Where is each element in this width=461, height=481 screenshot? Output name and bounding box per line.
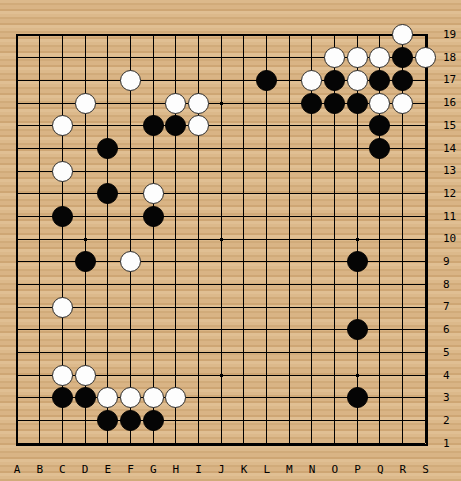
intersection-H9[interactable] — [164, 250, 187, 273]
intersection-I16[interactable] — [187, 92, 210, 115]
intersection-K10[interactable] — [232, 228, 255, 251]
intersection-D13[interactable] — [74, 160, 97, 183]
intersection-E8[interactable] — [96, 273, 119, 296]
intersection-D6[interactable] — [74, 319, 97, 342]
intersection-O19[interactable] — [323, 24, 346, 47]
intersection-E15[interactable] — [96, 114, 119, 137]
intersection-S8[interactable] — [414, 273, 437, 296]
intersection-P9[interactable] — [346, 250, 369, 273]
intersection-K8[interactable] — [232, 273, 255, 296]
intersection-C6[interactable] — [51, 319, 74, 342]
intersection-I17[interactable] — [187, 69, 210, 92]
intersection-G2[interactable] — [142, 409, 165, 432]
intersection-R7[interactable] — [391, 296, 414, 319]
intersection-L15[interactable] — [255, 114, 278, 137]
intersection-A14[interactable] — [6, 137, 29, 160]
intersection-A5[interactable] — [6, 341, 29, 364]
intersection-B6[interactable] — [28, 319, 51, 342]
intersection-C5[interactable] — [51, 341, 74, 364]
intersection-E11[interactable] — [96, 205, 119, 228]
intersection-C19[interactable] — [51, 24, 74, 47]
intersection-H4[interactable] — [164, 364, 187, 387]
intersection-Q17[interactable] — [369, 69, 392, 92]
intersection-E12[interactable] — [96, 182, 119, 205]
intersection-S10[interactable] — [414, 228, 437, 251]
intersection-A16[interactable] — [6, 92, 29, 115]
intersection-N14[interactable] — [301, 137, 324, 160]
intersection-K16[interactable] — [232, 92, 255, 115]
intersection-D15[interactable] — [74, 114, 97, 137]
intersection-A17[interactable] — [6, 69, 29, 92]
intersection-M14[interactable] — [278, 137, 301, 160]
intersection-F4[interactable] — [119, 364, 142, 387]
intersection-A2[interactable] — [6, 409, 29, 432]
intersection-C12[interactable] — [51, 182, 74, 205]
intersection-B4[interactable] — [28, 364, 51, 387]
intersection-S5[interactable] — [414, 341, 437, 364]
intersection-D3[interactable] — [74, 387, 97, 410]
intersection-G5[interactable] — [142, 341, 165, 364]
intersection-Q10[interactable] — [369, 228, 392, 251]
intersection-B1[interactable] — [28, 432, 51, 455]
intersection-R6[interactable] — [391, 319, 414, 342]
intersection-R14[interactable] — [391, 137, 414, 160]
intersection-Q19[interactable] — [369, 24, 392, 47]
intersection-N16[interactable] — [301, 92, 324, 115]
intersection-C1[interactable] — [51, 432, 74, 455]
intersection-K2[interactable] — [232, 409, 255, 432]
intersection-J9[interactable] — [210, 250, 233, 273]
intersection-K14[interactable] — [232, 137, 255, 160]
intersection-L14[interactable] — [255, 137, 278, 160]
intersection-Q2[interactable] — [369, 409, 392, 432]
intersection-P8[interactable] — [346, 273, 369, 296]
intersection-S3[interactable] — [414, 387, 437, 410]
intersection-A13[interactable] — [6, 160, 29, 183]
intersection-S4[interactable] — [414, 364, 437, 387]
intersection-S2[interactable] — [414, 409, 437, 432]
intersection-C17[interactable] — [51, 69, 74, 92]
intersection-R15[interactable] — [391, 114, 414, 137]
intersection-M19[interactable] — [278, 24, 301, 47]
intersection-G19[interactable] — [142, 24, 165, 47]
intersection-H19[interactable] — [164, 24, 187, 47]
intersection-R5[interactable] — [391, 341, 414, 364]
intersection-A4[interactable] — [6, 364, 29, 387]
intersection-A3[interactable] — [6, 387, 29, 410]
intersection-M10[interactable] — [278, 228, 301, 251]
intersection-P6[interactable] — [346, 319, 369, 342]
intersection-F8[interactable] — [119, 273, 142, 296]
intersection-I3[interactable] — [187, 387, 210, 410]
intersection-J17[interactable] — [210, 69, 233, 92]
intersection-A6[interactable] — [6, 319, 29, 342]
intersection-E4[interactable] — [96, 364, 119, 387]
intersection-F10[interactable] — [119, 228, 142, 251]
intersection-H7[interactable] — [164, 296, 187, 319]
intersection-P4[interactable] — [346, 364, 369, 387]
intersection-K17[interactable] — [232, 69, 255, 92]
intersection-L16[interactable] — [255, 92, 278, 115]
intersection-Q15[interactable] — [369, 114, 392, 137]
intersection-P3[interactable] — [346, 387, 369, 410]
intersection-O5[interactable] — [323, 341, 346, 364]
intersection-O14[interactable] — [323, 137, 346, 160]
intersection-Q11[interactable] — [369, 205, 392, 228]
intersection-C7[interactable] — [51, 296, 74, 319]
intersection-D9[interactable] — [74, 250, 97, 273]
intersection-D5[interactable] — [74, 341, 97, 364]
intersection-N2[interactable] — [301, 409, 324, 432]
intersection-M17[interactable] — [278, 69, 301, 92]
intersection-Q1[interactable] — [369, 432, 392, 455]
intersection-B8[interactable] — [28, 273, 51, 296]
intersection-J14[interactable] — [210, 137, 233, 160]
intersection-Q13[interactable] — [369, 160, 392, 183]
intersection-D8[interactable] — [74, 273, 97, 296]
intersection-C2[interactable] — [51, 409, 74, 432]
intersection-H13[interactable] — [164, 160, 187, 183]
intersection-M1[interactable] — [278, 432, 301, 455]
intersection-F1[interactable] — [119, 432, 142, 455]
intersection-R17[interactable] — [391, 69, 414, 92]
intersection-F2[interactable] — [119, 409, 142, 432]
intersection-E3[interactable] — [96, 387, 119, 410]
intersection-E14[interactable] — [96, 137, 119, 160]
intersection-K18[interactable] — [232, 46, 255, 69]
intersection-J18[interactable] — [210, 46, 233, 69]
intersection-S9[interactable] — [414, 250, 437, 273]
intersection-G7[interactable] — [142, 296, 165, 319]
intersection-P2[interactable] — [346, 409, 369, 432]
intersection-B18[interactable] — [28, 46, 51, 69]
intersection-P11[interactable] — [346, 205, 369, 228]
intersection-L11[interactable] — [255, 205, 278, 228]
intersection-Q7[interactable] — [369, 296, 392, 319]
intersection-E5[interactable] — [96, 341, 119, 364]
intersection-O7[interactable] — [323, 296, 346, 319]
intersection-I10[interactable] — [187, 228, 210, 251]
intersection-D14[interactable] — [74, 137, 97, 160]
intersection-E13[interactable] — [96, 160, 119, 183]
intersection-A1[interactable] — [6, 432, 29, 455]
intersection-F13[interactable] — [119, 160, 142, 183]
intersection-A10[interactable] — [6, 228, 29, 251]
intersection-C4[interactable] — [51, 364, 74, 387]
intersection-D2[interactable] — [74, 409, 97, 432]
intersection-G15[interactable] — [142, 114, 165, 137]
intersection-S15[interactable] — [414, 114, 437, 137]
intersection-J3[interactable] — [210, 387, 233, 410]
intersection-G11[interactable] — [142, 205, 165, 228]
intersection-B7[interactable] — [28, 296, 51, 319]
intersection-H15[interactable] — [164, 114, 187, 137]
intersection-I2[interactable] — [187, 409, 210, 432]
intersection-S7[interactable] — [414, 296, 437, 319]
intersection-J13[interactable] — [210, 160, 233, 183]
intersection-L6[interactable] — [255, 319, 278, 342]
intersection-O18[interactable] — [323, 46, 346, 69]
intersection-I5[interactable] — [187, 341, 210, 364]
intersection-E9[interactable] — [96, 250, 119, 273]
intersection-A12[interactable] — [6, 182, 29, 205]
intersection-E7[interactable] — [96, 296, 119, 319]
intersection-N11[interactable] — [301, 205, 324, 228]
intersection-K13[interactable] — [232, 160, 255, 183]
intersection-R9[interactable] — [391, 250, 414, 273]
intersection-L5[interactable] — [255, 341, 278, 364]
intersection-C18[interactable] — [51, 46, 74, 69]
intersection-N5[interactable] — [301, 341, 324, 364]
intersection-N4[interactable] — [301, 364, 324, 387]
intersection-S16[interactable] — [414, 92, 437, 115]
intersection-D11[interactable] — [74, 205, 97, 228]
intersection-A19[interactable] — [6, 24, 29, 47]
intersection-H6[interactable] — [164, 319, 187, 342]
intersection-J7[interactable] — [210, 296, 233, 319]
intersection-O4[interactable] — [323, 364, 346, 387]
intersection-S11[interactable] — [414, 205, 437, 228]
intersection-R3[interactable] — [391, 387, 414, 410]
intersection-B19[interactable] — [28, 24, 51, 47]
intersection-R8[interactable] — [391, 273, 414, 296]
intersection-I12[interactable] — [187, 182, 210, 205]
intersection-L7[interactable] — [255, 296, 278, 319]
intersection-G16[interactable] — [142, 92, 165, 115]
intersection-A9[interactable] — [6, 250, 29, 273]
intersection-L19[interactable] — [255, 24, 278, 47]
intersection-O15[interactable] — [323, 114, 346, 137]
intersection-A18[interactable] — [6, 46, 29, 69]
intersection-P16[interactable] — [346, 92, 369, 115]
intersection-B13[interactable] — [28, 160, 51, 183]
intersection-I14[interactable] — [187, 137, 210, 160]
intersection-M12[interactable] — [278, 182, 301, 205]
intersection-Q16[interactable] — [369, 92, 392, 115]
intersection-J16[interactable] — [210, 92, 233, 115]
intersection-P7[interactable] — [346, 296, 369, 319]
intersection-G9[interactable] — [142, 250, 165, 273]
intersection-E19[interactable] — [96, 24, 119, 47]
intersection-L3[interactable] — [255, 387, 278, 410]
intersection-R16[interactable] — [391, 92, 414, 115]
intersection-R18[interactable] — [391, 46, 414, 69]
intersection-O10[interactable] — [323, 228, 346, 251]
intersection-H10[interactable] — [164, 228, 187, 251]
intersection-D7[interactable] — [74, 296, 97, 319]
intersection-I15[interactable] — [187, 114, 210, 137]
intersection-C9[interactable] — [51, 250, 74, 273]
intersection-P17[interactable] — [346, 69, 369, 92]
intersection-H17[interactable] — [164, 69, 187, 92]
intersection-Q8[interactable] — [369, 273, 392, 296]
intersection-I1[interactable] — [187, 432, 210, 455]
intersection-L8[interactable] — [255, 273, 278, 296]
intersection-R12[interactable] — [391, 182, 414, 205]
intersection-D1[interactable] — [74, 432, 97, 455]
intersection-J11[interactable] — [210, 205, 233, 228]
intersection-O6[interactable] — [323, 319, 346, 342]
intersection-D4[interactable] — [74, 364, 97, 387]
intersection-F14[interactable] — [119, 137, 142, 160]
intersection-H14[interactable] — [164, 137, 187, 160]
intersection-O3[interactable] — [323, 387, 346, 410]
intersection-I18[interactable] — [187, 46, 210, 69]
intersection-N18[interactable] — [301, 46, 324, 69]
intersection-D17[interactable] — [74, 69, 97, 92]
intersection-F6[interactable] — [119, 319, 142, 342]
intersection-P12[interactable] — [346, 182, 369, 205]
intersection-N19[interactable] — [301, 24, 324, 47]
intersection-N15[interactable] — [301, 114, 324, 137]
intersection-B14[interactable] — [28, 137, 51, 160]
intersection-G4[interactable] — [142, 364, 165, 387]
intersection-C15[interactable] — [51, 114, 74, 137]
intersection-F3[interactable] — [119, 387, 142, 410]
intersection-J1[interactable] — [210, 432, 233, 455]
intersection-G1[interactable] — [142, 432, 165, 455]
intersection-K3[interactable] — [232, 387, 255, 410]
intersection-M3[interactable] — [278, 387, 301, 410]
intersection-D12[interactable] — [74, 182, 97, 205]
intersection-E1[interactable] — [96, 432, 119, 455]
intersection-G18[interactable] — [142, 46, 165, 69]
intersection-F19[interactable] — [119, 24, 142, 47]
intersection-N12[interactable] — [301, 182, 324, 205]
intersection-F16[interactable] — [119, 92, 142, 115]
intersection-R4[interactable] — [391, 364, 414, 387]
intersection-E18[interactable] — [96, 46, 119, 69]
intersection-J4[interactable] — [210, 364, 233, 387]
intersection-E17[interactable] — [96, 69, 119, 92]
intersection-A8[interactable] — [6, 273, 29, 296]
intersection-P5[interactable] — [346, 341, 369, 364]
intersection-Q12[interactable] — [369, 182, 392, 205]
intersection-H1[interactable] — [164, 432, 187, 455]
intersection-F15[interactable] — [119, 114, 142, 137]
intersection-M15[interactable] — [278, 114, 301, 137]
intersection-L10[interactable] — [255, 228, 278, 251]
intersection-H12[interactable] — [164, 182, 187, 205]
intersection-I19[interactable] — [187, 24, 210, 47]
intersection-S19[interactable] — [414, 24, 437, 47]
intersection-L17[interactable] — [255, 69, 278, 92]
intersection-R11[interactable] — [391, 205, 414, 228]
intersection-F11[interactable] — [119, 205, 142, 228]
intersection-G8[interactable] — [142, 273, 165, 296]
intersection-A11[interactable] — [6, 205, 29, 228]
intersection-B15[interactable] — [28, 114, 51, 137]
intersection-C11[interactable] — [51, 205, 74, 228]
intersection-J10[interactable] — [210, 228, 233, 251]
intersection-S14[interactable] — [414, 137, 437, 160]
intersection-Q6[interactable] — [369, 319, 392, 342]
intersection-K1[interactable] — [232, 432, 255, 455]
intersection-J8[interactable] — [210, 273, 233, 296]
intersection-G10[interactable] — [142, 228, 165, 251]
intersection-F7[interactable] — [119, 296, 142, 319]
intersection-J6[interactable] — [210, 319, 233, 342]
intersection-K6[interactable] — [232, 319, 255, 342]
intersection-B3[interactable] — [28, 387, 51, 410]
intersection-L13[interactable] — [255, 160, 278, 183]
intersection-I7[interactable] — [187, 296, 210, 319]
intersection-K12[interactable] — [232, 182, 255, 205]
intersection-N7[interactable] — [301, 296, 324, 319]
intersection-B12[interactable] — [28, 182, 51, 205]
intersection-O11[interactable] — [323, 205, 346, 228]
intersection-E2[interactable] — [96, 409, 119, 432]
intersection-O13[interactable] — [323, 160, 346, 183]
intersection-H3[interactable] — [164, 387, 187, 410]
intersection-R19[interactable] — [391, 24, 414, 47]
intersection-N13[interactable] — [301, 160, 324, 183]
intersection-L12[interactable] — [255, 182, 278, 205]
intersection-D19[interactable] — [74, 24, 97, 47]
intersection-N3[interactable] — [301, 387, 324, 410]
intersection-K11[interactable] — [232, 205, 255, 228]
intersection-C10[interactable] — [51, 228, 74, 251]
intersection-M6[interactable] — [278, 319, 301, 342]
intersection-M7[interactable] — [278, 296, 301, 319]
intersection-M16[interactable] — [278, 92, 301, 115]
intersection-M5[interactable] — [278, 341, 301, 364]
intersection-M13[interactable] — [278, 160, 301, 183]
intersection-N6[interactable] — [301, 319, 324, 342]
intersection-L2[interactable] — [255, 409, 278, 432]
intersection-Q14[interactable] — [369, 137, 392, 160]
intersection-R2[interactable] — [391, 409, 414, 432]
intersection-L1[interactable] — [255, 432, 278, 455]
intersection-P10[interactable] — [346, 228, 369, 251]
intersection-P18[interactable] — [346, 46, 369, 69]
intersection-O12[interactable] — [323, 182, 346, 205]
intersection-P1[interactable] — [346, 432, 369, 455]
intersection-L9[interactable] — [255, 250, 278, 273]
intersection-S17[interactable] — [414, 69, 437, 92]
intersection-B5[interactable] — [28, 341, 51, 364]
intersection-B9[interactable] — [28, 250, 51, 273]
intersection-G13[interactable] — [142, 160, 165, 183]
intersection-D10[interactable] — [74, 228, 97, 251]
intersection-C13[interactable] — [51, 160, 74, 183]
intersection-K15[interactable] — [232, 114, 255, 137]
intersection-D18[interactable] — [74, 46, 97, 69]
intersection-J15[interactable] — [210, 114, 233, 137]
intersection-O9[interactable] — [323, 250, 346, 273]
intersection-A7[interactable] — [6, 296, 29, 319]
intersection-S1[interactable] — [414, 432, 437, 455]
intersection-R10[interactable] — [391, 228, 414, 251]
intersection-E6[interactable] — [96, 319, 119, 342]
intersection-H8[interactable] — [164, 273, 187, 296]
intersection-K5[interactable] — [232, 341, 255, 364]
intersection-E16[interactable] — [96, 92, 119, 115]
intersection-J12[interactable] — [210, 182, 233, 205]
intersection-M18[interactable] — [278, 46, 301, 69]
intersection-C16[interactable] — [51, 92, 74, 115]
intersection-L4[interactable] — [255, 364, 278, 387]
intersection-R1[interactable] — [391, 432, 414, 455]
intersection-K7[interactable] — [232, 296, 255, 319]
intersection-C14[interactable] — [51, 137, 74, 160]
intersection-F5[interactable] — [119, 341, 142, 364]
intersection-F9[interactable] — [119, 250, 142, 273]
intersection-Q18[interactable] — [369, 46, 392, 69]
intersection-G14[interactable] — [142, 137, 165, 160]
intersection-O17[interactable] — [323, 69, 346, 92]
intersection-D16[interactable] — [74, 92, 97, 115]
